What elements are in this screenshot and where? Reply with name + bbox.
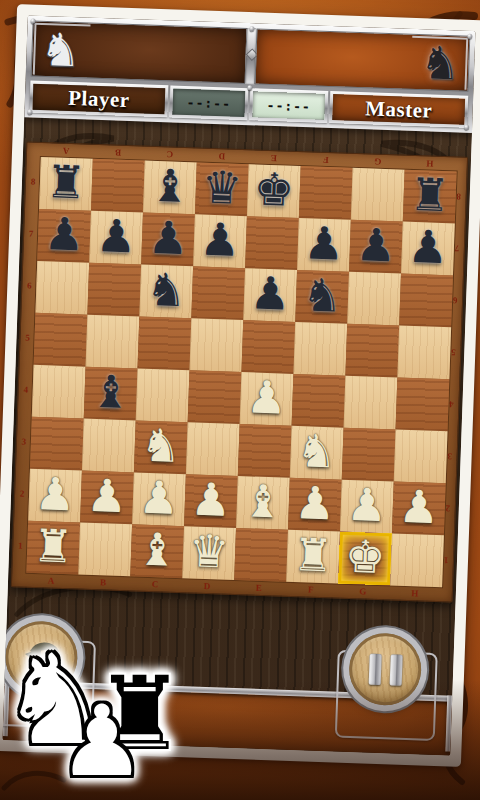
square-c6[interactable]: ♞ <box>139 265 193 319</box>
scoreboard-top: ♞ ♞ <box>31 21 471 92</box>
square-b2[interactable]: ♟ <box>80 471 134 525</box>
rank-label-left-5: 5 <box>21 311 35 363</box>
master-name-frame: Master <box>329 91 468 128</box>
square-h3[interactable] <box>394 429 448 483</box>
square-f8[interactable] <box>299 166 353 220</box>
player-panel-backdrop: ♞ <box>31 21 247 84</box>
square-f1[interactable]: ♜ <box>286 530 340 584</box>
square-e5[interactable] <box>241 320 295 374</box>
file-label-top-B: B <box>92 146 144 160</box>
square-a7[interactable]: ♟ <box>37 209 91 263</box>
square-h1[interactable] <box>390 533 444 587</box>
white-rook-f1[interactable]: ♜ <box>286 530 340 584</box>
square-d8[interactable]: ♛ <box>195 162 249 216</box>
rank-label-left-4: 4 <box>19 363 33 415</box>
file-label-bottom-D: D <box>181 579 233 593</box>
square-b1[interactable] <box>78 523 132 577</box>
black-knight-c6[interactable]: ♞ <box>139 265 193 319</box>
square-h2[interactable]: ♟ <box>392 481 446 535</box>
file-label-bottom-E: E <box>233 581 285 595</box>
square-e3[interactable] <box>238 424 292 478</box>
square-d2[interactable]: ♟ <box>184 474 238 528</box>
black-rook-h8[interactable]: ♜ <box>403 170 457 224</box>
square-a1[interactable]: ♜ <box>26 521 80 575</box>
chess-app-screen: { "game": "Chess", "header": { "left_pla… <box>0 0 480 800</box>
scoreboard: ♞ ♞ Player --:-- <box>24 15 475 133</box>
rank-label-left-1: 1 <box>13 519 27 571</box>
master-clock: --:-- <box>252 91 325 119</box>
master-clock-value: --:-- <box>266 97 311 114</box>
white-pawn-g2[interactable]: ♟ <box>340 480 394 534</box>
file-label-bottom-H: H <box>389 586 441 600</box>
square-c8[interactable]: ♝ <box>143 161 197 215</box>
square-g6[interactable] <box>347 272 401 326</box>
square-g4[interactable] <box>344 376 398 430</box>
rank-label-left-3: 3 <box>17 415 31 467</box>
square-b3[interactable] <box>82 419 136 473</box>
black-pawn-g7[interactable]: ♟ <box>349 220 403 274</box>
square-h5[interactable] <box>397 326 451 380</box>
white-pawn-d2[interactable]: ♟ <box>184 474 238 528</box>
white-pawn-e4[interactable]: ♟ <box>240 372 294 426</box>
square-e6[interactable]: ♟ <box>243 268 297 322</box>
square-g3[interactable] <box>342 428 396 482</box>
white-knight-f3[interactable]: ♞ <box>290 426 344 480</box>
square-c1[interactable]: ♝ <box>130 524 184 578</box>
square-f7[interactable]: ♟ <box>297 218 351 272</box>
player-name-frame: Player <box>29 81 168 118</box>
square-b8[interactable] <box>91 159 145 213</box>
file-label-bottom-C: C <box>129 577 181 591</box>
square-f2[interactable]: ♟ <box>288 478 342 532</box>
black-bishop-c8[interactable]: ♝ <box>143 161 197 215</box>
square-a2[interactable]: ♟ <box>28 469 82 523</box>
square-h7[interactable]: ♟ <box>401 222 455 276</box>
black-pawn-a7[interactable]: ♟ <box>37 209 91 263</box>
player-clock-value: --:-- <box>187 95 232 112</box>
file-label-bottom-B: B <box>77 575 129 589</box>
master-name-label: Master <box>365 96 433 123</box>
square-b4[interactable]: ♝ <box>84 367 138 421</box>
square-a3[interactable] <box>30 417 84 471</box>
square-c4[interactable] <box>136 368 190 422</box>
app-logo: ♞ ♜ ♟ <box>2 636 202 796</box>
white-pawn-b2[interactable]: ♟ <box>80 471 134 525</box>
master-panel-backdrop: ♞ <box>254 28 470 91</box>
square-c5[interactable] <box>138 316 192 370</box>
square-d6[interactable] <box>191 266 245 320</box>
black-pawn-f7[interactable]: ♟ <box>297 218 351 272</box>
square-g2[interactable]: ♟ <box>340 480 394 534</box>
square-a4[interactable] <box>32 365 86 419</box>
file-label-bottom-A: A <box>25 574 77 588</box>
square-g8[interactable] <box>351 168 405 222</box>
square-e7[interactable] <box>245 216 299 270</box>
board-frame: ABCDEFGH ABCDEFGH 87654321 87654321 ♜♝♛♚… <box>11 141 468 602</box>
square-f5[interactable] <box>293 322 347 376</box>
file-label-top-G: G <box>352 155 404 169</box>
square-c7[interactable]: ♟ <box>141 213 195 267</box>
white-bishop-c1[interactable]: ♝ <box>130 524 184 578</box>
master-clock-frame: --:-- <box>249 88 328 123</box>
square-d7[interactable]: ♟ <box>193 214 247 268</box>
rank-label-left-2: 2 <box>15 467 29 519</box>
black-pawn-d7[interactable]: ♟ <box>193 214 247 268</box>
square-b6[interactable] <box>87 263 141 317</box>
white-knight-icon: ♞ <box>40 23 82 78</box>
pause-icon <box>368 653 402 685</box>
black-bishop-b4[interactable]: ♝ <box>84 367 138 421</box>
metal-rail-right <box>445 695 452 751</box>
square-h4[interactable] <box>396 378 450 432</box>
white-pawn-c2[interactable]: ♟ <box>132 472 186 526</box>
square-d4[interactable] <box>188 370 242 424</box>
black-queen-d8[interactable]: ♛ <box>195 162 249 216</box>
player-name-label: Player <box>68 85 130 112</box>
square-g7[interactable]: ♟ <box>349 220 403 274</box>
screw <box>27 109 32 114</box>
white-pawn-a2[interactable]: ♟ <box>28 469 82 523</box>
square-b7[interactable]: ♟ <box>89 211 143 265</box>
square-d1[interactable]: ♛ <box>182 526 236 580</box>
square-d3[interactable] <box>186 422 240 476</box>
file-label-bottom-G: G <box>337 585 389 599</box>
black-pawn-c7[interactable]: ♟ <box>141 213 195 267</box>
rank-label-left-7: 7 <box>24 207 38 259</box>
white-knight-c3[interactable]: ♞ <box>134 420 188 474</box>
white-rook-a1[interactable]: ♜ <box>26 521 80 575</box>
square-a5[interactable] <box>34 313 88 367</box>
screw <box>464 125 469 130</box>
square-a8[interactable]: ♜ <box>39 157 93 211</box>
black-pawn-h7[interactable]: ♟ <box>401 222 455 276</box>
logo-white-pawn-icon: ♟ <box>58 684 146 798</box>
chess-board: ♜♝♛♚♜♟♟♟♟♟♟♟♞♟♞♝♟♞♞♟♟♟♟♝♟♟♟♜♝♛♜♚ <box>25 156 457 588</box>
square-c3[interactable]: ♞ <box>134 420 188 474</box>
rank-label-left-8: 8 <box>26 155 40 207</box>
square-c2[interactable]: ♟ <box>132 472 186 526</box>
square-e4[interactable]: ♟ <box>240 372 294 426</box>
square-f4[interactable] <box>292 374 346 428</box>
square-h8[interactable]: ♜ <box>403 170 457 224</box>
square-f6[interactable]: ♞ <box>295 270 349 324</box>
white-king-g1[interactable]: ♚ <box>338 532 392 586</box>
black-rook-a8[interactable]: ♜ <box>39 157 93 211</box>
white-pawn-h2[interactable]: ♟ <box>392 481 446 535</box>
square-e8[interactable]: ♚ <box>247 164 301 218</box>
square-h6[interactable] <box>399 274 453 328</box>
square-e1[interactable] <box>234 528 288 582</box>
square-g5[interactable] <box>345 324 399 378</box>
black-pawn-b7[interactable]: ♟ <box>89 211 143 265</box>
square-a6[interactable] <box>35 261 89 315</box>
rank-label-left-6: 6 <box>22 259 36 311</box>
file-label-top-F: F <box>300 153 352 167</box>
white-bishop-e2[interactable]: ♝ <box>236 476 290 530</box>
square-g1[interactable]: ♚ <box>338 532 392 586</box>
black-pawn-e6[interactable]: ♟ <box>243 268 297 322</box>
square-f3[interactable]: ♞ <box>290 426 344 480</box>
screw <box>467 34 472 39</box>
square-b5[interactable] <box>86 315 140 369</box>
square-d5[interactable] <box>190 318 244 372</box>
player-clock-frame: --:-- <box>169 85 248 120</box>
white-queen-d1[interactable]: ♛ <box>182 526 236 580</box>
file-label-bottom-F: F <box>285 583 337 597</box>
player-clock: --:-- <box>172 89 245 117</box>
black-knight-f6[interactable]: ♞ <box>295 270 349 324</box>
white-pawn-f2[interactable]: ♟ <box>288 478 342 532</box>
black-knight-icon: ♞ <box>419 36 461 91</box>
square-e2[interactable]: ♝ <box>236 476 290 530</box>
black-king-e8[interactable]: ♚ <box>247 164 301 218</box>
